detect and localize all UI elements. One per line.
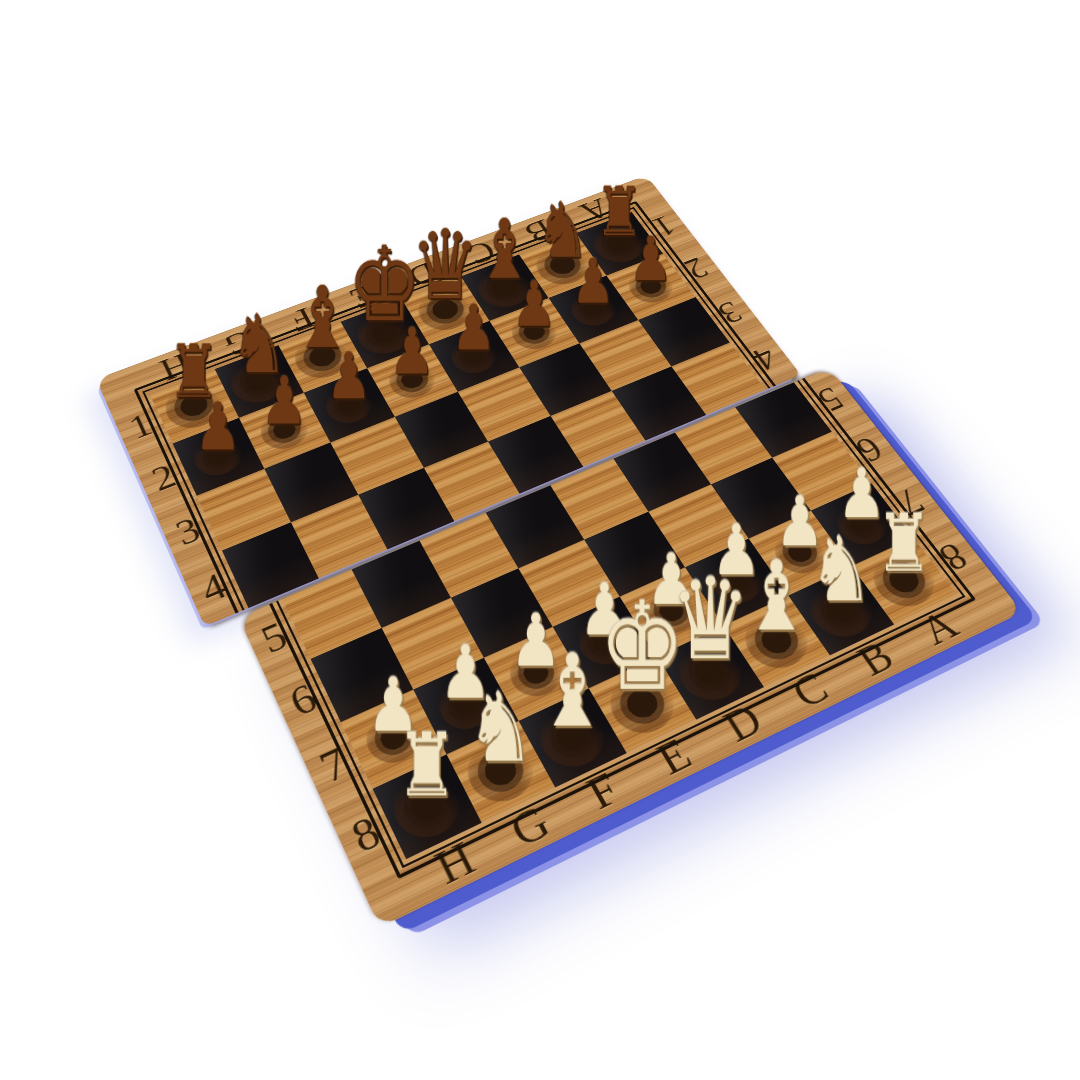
file-label-bottom-A: A (894, 594, 984, 661)
square-H8[interactable] (373, 754, 482, 859)
file-label-bottom-H: H (406, 823, 504, 904)
square-A8[interactable] (851, 537, 956, 624)
square-D6[interactable] (584, 512, 685, 597)
rank-label-right-8: 8 (913, 520, 994, 594)
square-C8[interactable] (723, 596, 829, 688)
square-F7[interactable] (484, 627, 589, 721)
file-labels-bottom: HGFEDCBA (406, 594, 984, 904)
rank-label-left-3: 3 (155, 496, 222, 568)
product-photo: HGFEDCBA 1234 1234 HGFEDCBA 5678 5678 ♜♞… (0, 0, 1080, 1080)
file-label-bottom-C: C (764, 655, 856, 726)
square-H6[interactable] (311, 628, 414, 722)
square-B7[interactable] (749, 511, 852, 596)
square-C7[interactable] (685, 539, 788, 626)
square-F8[interactable] (519, 688, 627, 787)
square-A7[interactable] (811, 483, 913, 566)
square-E6[interactable] (518, 540, 619, 627)
file-label-bottom-G: G (482, 787, 579, 866)
square-G8[interactable] (447, 721, 556, 823)
square-E8[interactable] (589, 657, 697, 754)
square-C6[interactable] (648, 484, 748, 567)
square-G6[interactable] (382, 598, 484, 690)
rank-label-left-6: 6 (266, 659, 341, 743)
rank-label-left-4: 4 (179, 551, 249, 627)
file-label-bottom-B: B (830, 624, 921, 693)
rank-label-left-7: 7 (295, 722, 372, 810)
square-D8[interactable] (657, 626, 764, 720)
square-F6[interactable] (451, 568, 553, 657)
file-label-bottom-D: D (696, 687, 790, 760)
rank-label-left-8: 8 (326, 789, 406, 882)
square-G7[interactable] (413, 658, 518, 755)
square-D7[interactable] (620, 567, 724, 656)
square-B8[interactable] (788, 566, 894, 655)
square-E7[interactable] (553, 597, 657, 689)
square-H7[interactable] (341, 689, 447, 788)
rank-labels-left-lower: 5678 (238, 599, 406, 882)
rank-label-left-5: 5 (238, 599, 310, 678)
chess-board: HGFEDCBA 1234 1234 HGFEDCBA 5678 5678 ♜♞… (96, 166, 1022, 945)
